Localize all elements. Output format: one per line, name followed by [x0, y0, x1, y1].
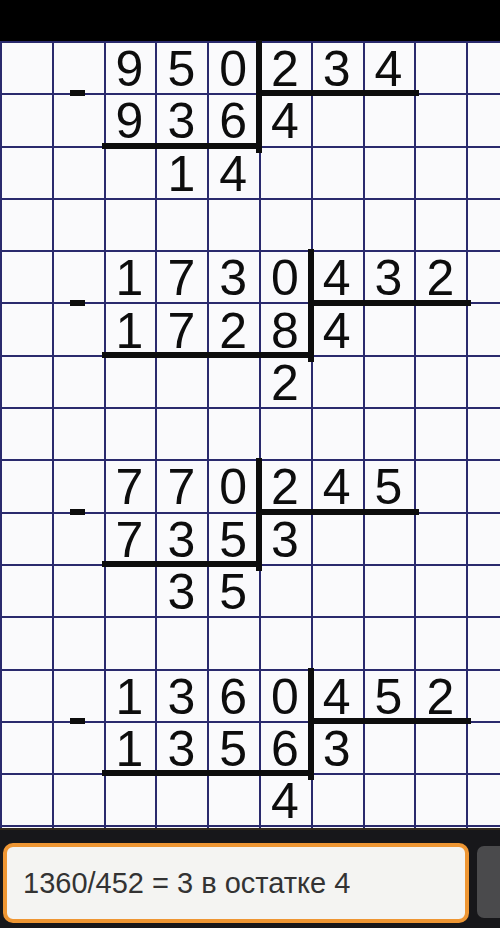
digit-quotient: 4: [311, 307, 363, 355]
digit-dividend: 7: [104, 463, 156, 511]
digit-dividend: 0: [207, 45, 259, 93]
division-bracket-vline: [256, 40, 262, 153]
digit-remainder: 4: [207, 150, 259, 198]
digit-divisor: 2: [414, 254, 466, 302]
digit-dividend: 0: [259, 254, 311, 302]
worksheet-grid-paper[interactable]: 9502349364141730432172842770245735335136…: [0, 41, 500, 828]
digit-divisor: 2: [259, 463, 311, 511]
digit-quotient: 4: [259, 97, 311, 145]
digit-product: 1: [104, 725, 156, 773]
digit-divisor: 5: [363, 463, 415, 511]
divisor-underline: [256, 509, 419, 515]
digit-product: 5: [207, 725, 259, 773]
digit-product: 9: [104, 97, 156, 145]
digit-dividend: 7: [155, 463, 207, 511]
digit-product: 3: [155, 97, 207, 145]
divisor-underline: [256, 90, 419, 96]
digit-divisor: 4: [311, 673, 363, 721]
answer-text: 1360/452 = 3 в остатке 4: [7, 867, 350, 900]
digit-dividend: 7: [155, 254, 207, 302]
digit-product: 5: [207, 516, 259, 564]
digit-divisor: 4: [363, 45, 415, 93]
digit-product: 8: [259, 307, 311, 355]
digit-quotient: 3: [259, 516, 311, 564]
digit-divisor: 3: [363, 254, 415, 302]
digit-remainder: 4: [259, 777, 311, 825]
digit-dividend: 5: [155, 45, 207, 93]
digit-divisor: 3: [311, 45, 363, 93]
digit-remainder: 1: [155, 150, 207, 198]
minus-sign: [70, 300, 85, 306]
division-bracket-vline: [308, 668, 314, 781]
digit-dividend: 0: [259, 673, 311, 721]
digit-dividend: 1: [104, 673, 156, 721]
status-bar: [0, 0, 500, 41]
digit-product: 6: [259, 725, 311, 773]
answer-panel: 1360/452 = 3 в остатке 4: [0, 828, 500, 928]
digit-dividend: 6: [207, 673, 259, 721]
digit-divisor: 4: [311, 463, 363, 511]
digit-divisor: 5: [363, 673, 415, 721]
digit-product: 3: [155, 516, 207, 564]
digit-remainder: 3: [155, 568, 207, 616]
subtraction-underline: [102, 143, 262, 149]
digit-quotient: 3: [311, 725, 363, 773]
digit-remainder: 2: [259, 359, 311, 407]
subtraction-underline: [102, 352, 314, 358]
digit-product: 2: [207, 307, 259, 355]
digit-dividend: 9: [104, 45, 156, 93]
app-screen: 9502349364141730432172842770245735335136…: [0, 0, 500, 928]
minus-sign: [70, 718, 85, 724]
digit-dividend: 3: [155, 673, 207, 721]
digit-product: 6: [207, 97, 259, 145]
digit-product: 7: [155, 307, 207, 355]
digit-dividend: 0: [207, 463, 259, 511]
digit-dividend: 3: [207, 254, 259, 302]
digit-product: 7: [104, 516, 156, 564]
minus-sign: [70, 509, 85, 515]
digit-product: 3: [155, 725, 207, 773]
subtraction-underline: [102, 561, 262, 567]
answer-input[interactable]: 1360/452 = 3 в остатке 4: [3, 843, 469, 923]
minus-sign: [70, 90, 85, 96]
digit-divisor: 4: [311, 254, 363, 302]
divisor-underline: [308, 718, 471, 724]
subtraction-underline: [102, 770, 314, 776]
digit-product: 1: [104, 307, 156, 355]
digit-dividend: 1: [104, 254, 156, 302]
digit-divisor: 2: [259, 45, 311, 93]
division-bracket-vline: [256, 458, 262, 571]
digit-remainder: 5: [207, 568, 259, 616]
side-button[interactable]: [477, 846, 500, 918]
divisor-underline: [308, 300, 471, 306]
digit-divisor: 2: [414, 673, 466, 721]
